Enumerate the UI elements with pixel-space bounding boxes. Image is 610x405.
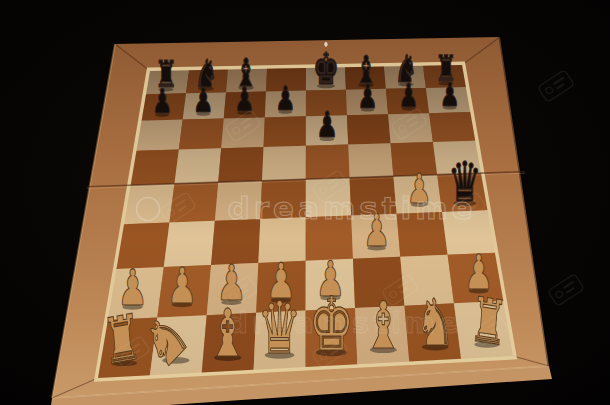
watermark-text: dreamstime <box>228 190 477 226</box>
chessboard-photo: ♜♞♝♚♝♞♜♟♟♟♟♟♟♟♟♛♟♟♟♟♟♟♟♟♜♞♝♛♚♝♞♜ dreamst… <box>0 0 610 405</box>
square-f6 <box>347 114 391 144</box>
piece-black-pawn-c7: ♟ <box>234 80 255 120</box>
piece-black-king-e8: ♚ <box>312 43 339 94</box>
piece-black-pawn-f7: ♟ <box>357 76 378 116</box>
square-h6 <box>429 112 475 142</box>
square-c5 <box>218 147 263 182</box>
square-d5 <box>262 146 306 181</box>
watermark-text: dreamstime <box>227 306 462 340</box>
piece-black-pawn-e6: ♟ <box>316 103 338 145</box>
square-g6 <box>388 113 433 143</box>
square-b5 <box>174 148 221 183</box>
square-d6 <box>264 116 306 147</box>
piece-black-pawn-a7: ♟ <box>152 82 173 122</box>
king-ivory-finial <box>324 42 327 47</box>
square-b6 <box>179 119 224 150</box>
piece-black-pawn-b7: ♟ <box>193 81 214 121</box>
piece-black-pawn-d7: ♟ <box>275 78 296 118</box>
square-a6 <box>136 120 182 151</box>
piece-white-rook-a1: ♜ <box>100 300 145 380</box>
square-e5 <box>306 144 350 179</box>
watermark-dreamstime-lower: dreamstime <box>227 306 462 340</box>
piece-black-pawn-h7: ♟ <box>439 76 459 114</box>
square-a5 <box>131 150 179 186</box>
chessboard: ♜♞♝♚♝♞♜♟♟♟♟♟♟♟♟♛♟♟♟♟♟♟♟♟♜♞♝♛♚♝♞♜ dreamst… <box>0 0 610 405</box>
square-f5 <box>348 143 393 178</box>
